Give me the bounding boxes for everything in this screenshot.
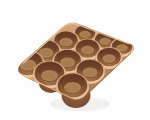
product-photo [0,0,150,120]
muffin-pan-photo [0,0,150,120]
